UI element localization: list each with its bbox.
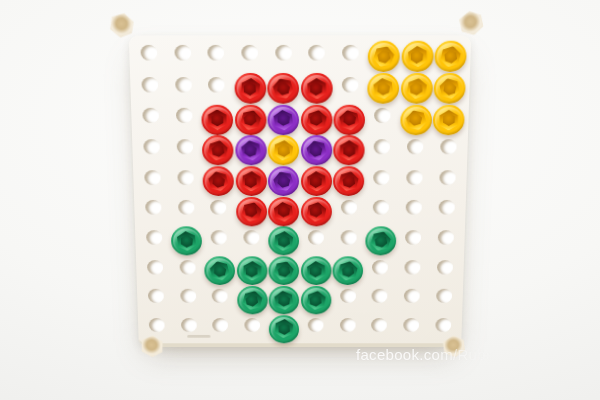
red-peg bbox=[202, 166, 234, 196]
purple-peg bbox=[268, 166, 299, 196]
empty-hole bbox=[341, 200, 357, 215]
cell-r10c7[interactable] bbox=[332, 311, 364, 340]
empty-hole bbox=[144, 139, 161, 154]
empty-hole bbox=[208, 77, 225, 92]
cell-r2c2[interactable] bbox=[166, 68, 200, 100]
cell-r1c10[interactable] bbox=[434, 37, 468, 69]
green-peg bbox=[171, 227, 202, 256]
cell-r1c8[interactable] bbox=[367, 37, 401, 69]
cell-r1c3[interactable] bbox=[199, 37, 233, 69]
cell-r2c1[interactable] bbox=[133, 68, 167, 100]
cell-r8c6[interactable] bbox=[300, 252, 332, 281]
cell-r3c2[interactable] bbox=[167, 100, 201, 131]
empty-hole bbox=[308, 45, 324, 61]
empty-hole bbox=[436, 289, 452, 303]
empty-hole bbox=[342, 45, 359, 61]
cell-r7c2[interactable] bbox=[170, 223, 203, 253]
green-peg bbox=[204, 256, 235, 285]
empty-hole bbox=[146, 230, 162, 245]
empty-hole bbox=[141, 45, 158, 61]
cell-r1c7[interactable] bbox=[333, 37, 367, 69]
cell-r4c2[interactable] bbox=[168, 131, 202, 162]
cell-r3c1[interactable] bbox=[134, 100, 168, 131]
cell-r2c5[interactable] bbox=[267, 68, 300, 100]
empty-hole bbox=[372, 260, 388, 274]
empty-hole bbox=[404, 289, 420, 303]
empty-hole bbox=[208, 45, 225, 61]
empty-hole bbox=[178, 200, 194, 215]
empty-hole bbox=[374, 170, 390, 185]
green-peg bbox=[333, 256, 364, 285]
green-peg bbox=[236, 256, 267, 285]
cell-r4c5[interactable] bbox=[267, 131, 300, 162]
peg-board bbox=[129, 36, 471, 347]
cell-r9c9[interactable] bbox=[396, 282, 429, 311]
cell-r9c10[interactable] bbox=[427, 282, 460, 311]
purple-peg bbox=[301, 136, 332, 166]
red-peg bbox=[301, 73, 333, 104]
cell-r3c10[interactable] bbox=[432, 100, 466, 131]
empty-hole bbox=[142, 77, 159, 92]
cell-r6c3[interactable] bbox=[202, 192, 235, 222]
cell-r6c1[interactable] bbox=[137, 192, 170, 222]
empty-hole bbox=[437, 230, 453, 245]
cell-r2c6[interactable] bbox=[300, 68, 333, 100]
cell-r10c5[interactable] bbox=[268, 311, 300, 340]
cell-r3c9[interactable] bbox=[399, 100, 433, 131]
cell-r9c5[interactable] bbox=[268, 282, 300, 311]
red-peg bbox=[234, 73, 266, 104]
empty-hole bbox=[438, 200, 454, 215]
red-peg bbox=[334, 104, 366, 134]
green-peg bbox=[301, 256, 332, 285]
empty-hole bbox=[440, 139, 457, 154]
cell-r9c1[interactable] bbox=[140, 282, 173, 311]
cell-r5c1[interactable] bbox=[136, 162, 170, 192]
cell-r7c3[interactable] bbox=[203, 223, 236, 253]
cell-r6c9[interactable] bbox=[397, 192, 430, 222]
cell-r10c6[interactable] bbox=[300, 311, 332, 340]
empty-hole bbox=[176, 108, 193, 123]
empty-hole bbox=[340, 230, 356, 245]
empty-hole bbox=[180, 289, 196, 303]
cell-r4c7[interactable] bbox=[333, 131, 366, 162]
empty-hole bbox=[374, 139, 390, 154]
cell-r9c7[interactable] bbox=[332, 282, 364, 311]
empty-hole bbox=[308, 318, 324, 332]
empty-hole bbox=[177, 139, 193, 154]
red-peg bbox=[201, 104, 233, 134]
cell-r8c1[interactable] bbox=[139, 252, 172, 281]
empty-hole bbox=[374, 108, 390, 123]
empty-hole bbox=[213, 318, 229, 332]
empty-hole bbox=[439, 170, 455, 185]
cell-r2c4[interactable] bbox=[233, 68, 267, 100]
cell-r4c4[interactable] bbox=[234, 131, 267, 162]
cell-r4c3[interactable] bbox=[201, 131, 234, 162]
red-peg bbox=[267, 73, 299, 104]
cell-r2c9[interactable] bbox=[400, 68, 434, 100]
cell-r5c5[interactable] bbox=[267, 162, 300, 192]
green-peg bbox=[269, 286, 299, 314]
cell-r10c1[interactable] bbox=[141, 311, 174, 340]
cell-r9c2[interactable] bbox=[172, 282, 205, 311]
cell-r10c9[interactable] bbox=[395, 311, 427, 340]
peg-board-grid bbox=[132, 37, 468, 340]
empty-hole bbox=[342, 77, 358, 92]
cell-r4c6[interactable] bbox=[300, 131, 333, 162]
cell-r8c7[interactable] bbox=[332, 252, 364, 281]
cell-r8c3[interactable] bbox=[203, 252, 236, 281]
cell-r5c7[interactable] bbox=[333, 162, 366, 192]
red-peg bbox=[301, 104, 333, 134]
red-peg bbox=[235, 166, 266, 196]
green-peg bbox=[301, 286, 331, 314]
empty-hole bbox=[275, 45, 291, 61]
green-peg bbox=[268, 227, 299, 256]
cell-r1c1[interactable] bbox=[132, 37, 166, 69]
empty-hole bbox=[406, 200, 422, 215]
cell-r6c10[interactable] bbox=[430, 192, 463, 222]
cell-r7c1[interactable] bbox=[138, 223, 171, 253]
red-peg bbox=[268, 197, 299, 226]
cell-r8c2[interactable] bbox=[171, 252, 204, 281]
empty-hole bbox=[244, 318, 260, 332]
empty-hole bbox=[212, 289, 228, 303]
empty-hole bbox=[181, 318, 197, 332]
empty-hole bbox=[175, 77, 192, 92]
cell-r5c8[interactable] bbox=[365, 162, 398, 192]
empty-hole bbox=[406, 170, 422, 185]
empty-hole bbox=[147, 260, 163, 274]
cell-r4c10[interactable] bbox=[431, 131, 465, 162]
peg-board-surface bbox=[129, 36, 471, 347]
cell-r4c9[interactable] bbox=[398, 131, 432, 162]
empty-hole bbox=[148, 289, 164, 303]
cell-r10c10[interactable] bbox=[427, 311, 460, 340]
green-peg bbox=[269, 315, 299, 343]
cell-r5c4[interactable] bbox=[234, 162, 267, 192]
empty-hole bbox=[403, 318, 419, 332]
cell-r4c8[interactable] bbox=[366, 131, 399, 162]
yellow-peg bbox=[268, 136, 299, 166]
cell-r3c7[interactable] bbox=[333, 100, 366, 131]
green-peg bbox=[269, 256, 300, 285]
cell-r3c3[interactable] bbox=[200, 100, 234, 131]
empty-hole bbox=[407, 139, 423, 154]
empty-hole bbox=[179, 260, 195, 274]
purple-peg bbox=[235, 136, 267, 166]
cell-r1c9[interactable] bbox=[400, 37, 434, 69]
cell-r4c1[interactable] bbox=[135, 131, 169, 162]
cell-r9c6[interactable] bbox=[300, 282, 332, 311]
empty-hole bbox=[211, 230, 227, 245]
empty-hole bbox=[143, 108, 160, 123]
cell-r6c8[interactable] bbox=[365, 192, 398, 222]
cell-r8c10[interactable] bbox=[428, 252, 461, 281]
empty-hole bbox=[373, 200, 389, 215]
cell-r1c5[interactable] bbox=[266, 37, 300, 69]
empty-hole bbox=[174, 45, 191, 61]
cell-r6c6[interactable] bbox=[300, 192, 333, 222]
cell-r2c7[interactable] bbox=[333, 68, 367, 100]
cell-r9c4[interactable] bbox=[236, 282, 268, 311]
cell-r6c4[interactable] bbox=[235, 192, 268, 222]
cell-r7c8[interactable] bbox=[364, 223, 397, 253]
cell-r7c5[interactable] bbox=[268, 223, 300, 253]
cell-r9c3[interactable] bbox=[204, 282, 236, 311]
red-peg bbox=[301, 197, 332, 226]
empty-hole bbox=[149, 318, 165, 332]
cell-r2c8[interactable] bbox=[366, 68, 400, 100]
empty-hole bbox=[177, 170, 193, 185]
cell-r5c2[interactable] bbox=[169, 162, 202, 192]
cell-r8c9[interactable] bbox=[396, 252, 429, 281]
cell-r2c10[interactable] bbox=[433, 68, 467, 100]
cell-r7c9[interactable] bbox=[397, 223, 430, 253]
red-peg bbox=[202, 136, 234, 166]
photo-background: facebook.com/Rubee bbox=[0, 0, 600, 400]
cell-r8c8[interactable] bbox=[364, 252, 397, 281]
cell-r5c9[interactable] bbox=[398, 162, 431, 192]
empty-hole bbox=[435, 318, 451, 332]
cell-r10c8[interactable] bbox=[363, 311, 395, 340]
cell-r1c6[interactable] bbox=[300, 37, 334, 69]
red-peg bbox=[236, 197, 267, 226]
cell-r9c8[interactable] bbox=[364, 282, 396, 311]
cell-r2c3[interactable] bbox=[200, 68, 234, 100]
cell-r5c6[interactable] bbox=[300, 162, 333, 192]
red-peg bbox=[333, 166, 364, 196]
empty-hole bbox=[404, 260, 420, 274]
cell-r3c6[interactable] bbox=[300, 100, 333, 131]
red-peg bbox=[301, 166, 332, 196]
cell-r3c8[interactable] bbox=[366, 100, 400, 131]
empty-hole bbox=[243, 230, 259, 245]
board-foot-top-right bbox=[457, 8, 486, 37]
empty-hole bbox=[145, 200, 161, 215]
empty-hole bbox=[371, 318, 387, 332]
empty-hole bbox=[308, 230, 324, 245]
red-peg bbox=[334, 136, 366, 166]
molded-marking bbox=[187, 335, 210, 338]
cell-r8c5[interactable] bbox=[268, 252, 300, 281]
cell-r8c4[interactable] bbox=[236, 252, 268, 281]
cell-r7c6[interactable] bbox=[300, 223, 332, 253]
cell-r1c4[interactable] bbox=[233, 37, 267, 69]
cell-r1c2[interactable] bbox=[166, 37, 200, 69]
cell-r7c7[interactable] bbox=[332, 223, 365, 253]
cell-r3c5[interactable] bbox=[267, 100, 300, 131]
cell-r10c4[interactable] bbox=[236, 311, 268, 340]
purple-peg bbox=[268, 104, 300, 134]
cell-r6c5[interactable] bbox=[267, 192, 300, 222]
red-peg bbox=[234, 104, 266, 134]
empty-hole bbox=[372, 289, 388, 303]
cell-r5c10[interactable] bbox=[430, 162, 464, 192]
watermark-text: facebook.com/Rubee bbox=[356, 346, 503, 363]
empty-hole bbox=[241, 45, 258, 61]
cell-r7c10[interactable] bbox=[429, 223, 462, 253]
empty-hole bbox=[211, 200, 227, 215]
empty-hole bbox=[437, 260, 453, 274]
empty-hole bbox=[340, 318, 356, 332]
cell-r5c3[interactable] bbox=[202, 162, 235, 192]
empty-hole bbox=[340, 289, 356, 303]
cell-r3c4[interactable] bbox=[234, 100, 267, 131]
green-peg bbox=[237, 286, 268, 314]
empty-hole bbox=[145, 170, 161, 185]
cell-r6c2[interactable] bbox=[170, 192, 203, 222]
cell-r6c7[interactable] bbox=[332, 192, 365, 222]
cell-r7c4[interactable] bbox=[235, 223, 268, 253]
empty-hole bbox=[405, 230, 421, 245]
